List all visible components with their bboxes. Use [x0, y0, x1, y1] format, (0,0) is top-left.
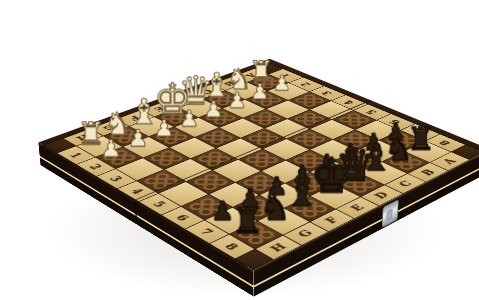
coordinate-label: 1: [67, 151, 85, 159]
black-rook-h8[interactable]: ♜: [229, 203, 266, 239]
coordinate-label: 2: [87, 163, 105, 171]
square-h3[interactable]: [116, 158, 163, 180]
coordinate-label: 4: [128, 187, 147, 196]
coordinate-label: 5: [364, 109, 380, 116]
coordinate-label: 3: [320, 90, 335, 96]
coordinate-label: 2: [299, 81, 314, 87]
rank-label-far-5: 5: [354, 104, 390, 119]
coordinate-label: 8: [437, 139, 454, 147]
coordinate-label: H: [267, 241, 290, 253]
coordinate-label: 3: [107, 174, 126, 183]
coordinate-label: 8: [222, 241, 242, 251]
fold-seam-side: [135, 200, 138, 225]
white-pawn-h2[interactable]: ♟: [94, 137, 127, 161]
coordinate-label: A: [441, 157, 460, 166]
coordinate-label: F: [323, 215, 342, 225]
coordinate-label: C: [396, 179, 415, 188]
coordinate-label: 7: [197, 227, 217, 237]
coordinate-label: 5: [150, 199, 169, 208]
coordinate-label: E: [348, 203, 368, 213]
coordinate-label: D: [372, 190, 392, 200]
coordinate-label: G: [295, 228, 316, 239]
coordinate-label: B: [418, 168, 438, 177]
photo-scene: 12345678A♜♟♟♜AB♞♟♟♞BC♝♟♟♝CD♛♟♟♛DE♚♟♟♚EF♝…: [0, 0, 479, 300]
coordinate-label: 6: [173, 213, 192, 223]
coordinate-label: 4: [342, 99, 358, 106]
